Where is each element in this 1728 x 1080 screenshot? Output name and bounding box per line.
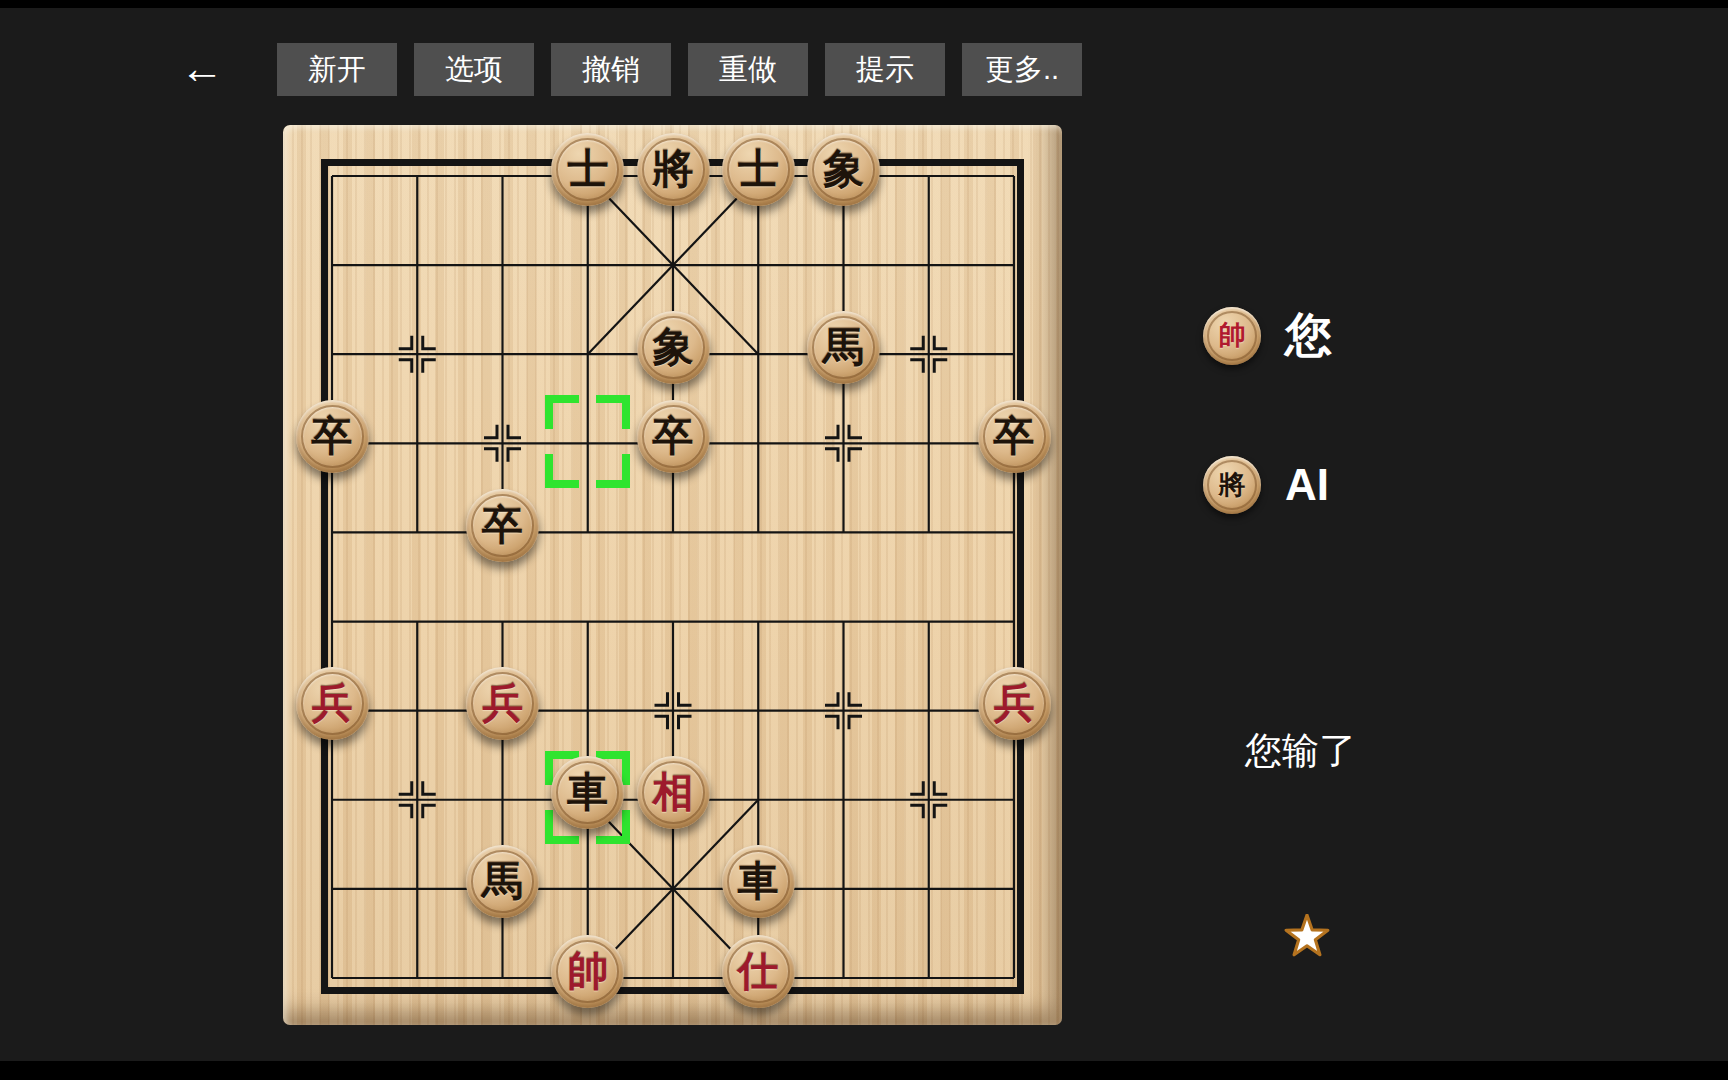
piece-black-馬[interactable]: 馬 <box>466 845 539 918</box>
player-label-you: 您 <box>1285 304 1332 367</box>
back-arrow-icon[interactable]: ← <box>172 38 232 98</box>
red-general-icon: 帥 <box>1203 307 1261 365</box>
piece-black-卒[interactable]: 卒 <box>466 489 539 562</box>
last-move-highlight <box>545 395 630 488</box>
piece-black-象[interactable]: 象 <box>637 311 710 384</box>
piece-red-兵[interactable]: 兵 <box>978 667 1051 740</box>
piece-black-卒[interactable]: 卒 <box>637 400 710 473</box>
piece-black-卒[interactable]: 卒 <box>978 400 1051 473</box>
piece-black-象[interactable]: 象 <box>807 133 880 206</box>
piece-red-仕[interactable]: 仕 <box>722 935 795 1008</box>
piece-red-帥[interactable]: 帥 <box>551 935 624 1008</box>
piece-black-士[interactable]: 士 <box>551 133 624 206</box>
undo-button[interactable]: 撤销 <box>551 43 671 96</box>
new-game-button[interactable]: 新开 <box>277 43 397 96</box>
player-row-you: 帥 您 <box>1203 304 1332 367</box>
xiangqi-board[interactable]: 士將士象象馬卒卒卒卒兵兵兵車相馬車帥仕 <box>283 125 1062 1025</box>
player-label-ai: AI <box>1285 460 1329 510</box>
game-result-text: 您输了 <box>1245 726 1356 776</box>
piece-black-卒[interactable]: 卒 <box>296 400 369 473</box>
piece-black-將[interactable]: 將 <box>637 133 710 206</box>
options-button[interactable]: 选项 <box>414 43 534 96</box>
black-general-icon: 將 <box>1203 456 1261 514</box>
redo-button[interactable]: 重做 <box>688 43 808 96</box>
app-screen: ← 新开 选项 撤销 重做 提示 更多.. 士將士象象馬卒卒卒卒兵兵兵車相馬車帥… <box>0 0 1728 1080</box>
player-row-ai: 將 AI <box>1203 456 1329 514</box>
piece-red-相[interactable]: 相 <box>637 756 710 829</box>
more-button[interactable]: 更多.. <box>962 43 1082 96</box>
piece-black-士[interactable]: 士 <box>722 133 795 206</box>
piece-red-兵[interactable]: 兵 <box>466 667 539 740</box>
piece-red-兵[interactable]: 兵 <box>296 667 369 740</box>
piece-black-車[interactable]: 車 <box>551 756 624 829</box>
piece-black-車[interactable]: 車 <box>722 845 795 918</box>
toolbar: ← 新开 选项 撤销 重做 提示 更多.. <box>0 8 1728 108</box>
top-black-strip <box>0 0 1728 8</box>
piece-black-馬[interactable]: 馬 <box>807 311 880 384</box>
star-icon <box>1284 914 1330 960</box>
board-piece-grid: 士將士象象馬卒卒卒卒兵兵兵車相馬車帥仕 <box>289 132 1056 1023</box>
bottom-black-strip <box>0 1061 1728 1080</box>
hint-button[interactable]: 提示 <box>825 43 945 96</box>
